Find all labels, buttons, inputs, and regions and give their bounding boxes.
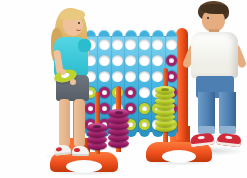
boy-eye: [207, 17, 209, 19]
boy-hair-fringe: [200, 4, 228, 14]
boy-shirt: [191, 32, 238, 78]
boy-figure: [0, 0, 247, 178]
scene: ✦: [0, 0, 247, 178]
boy-left-shoe: [189, 133, 214, 148]
boy-right-shoe: [216, 133, 241, 148]
